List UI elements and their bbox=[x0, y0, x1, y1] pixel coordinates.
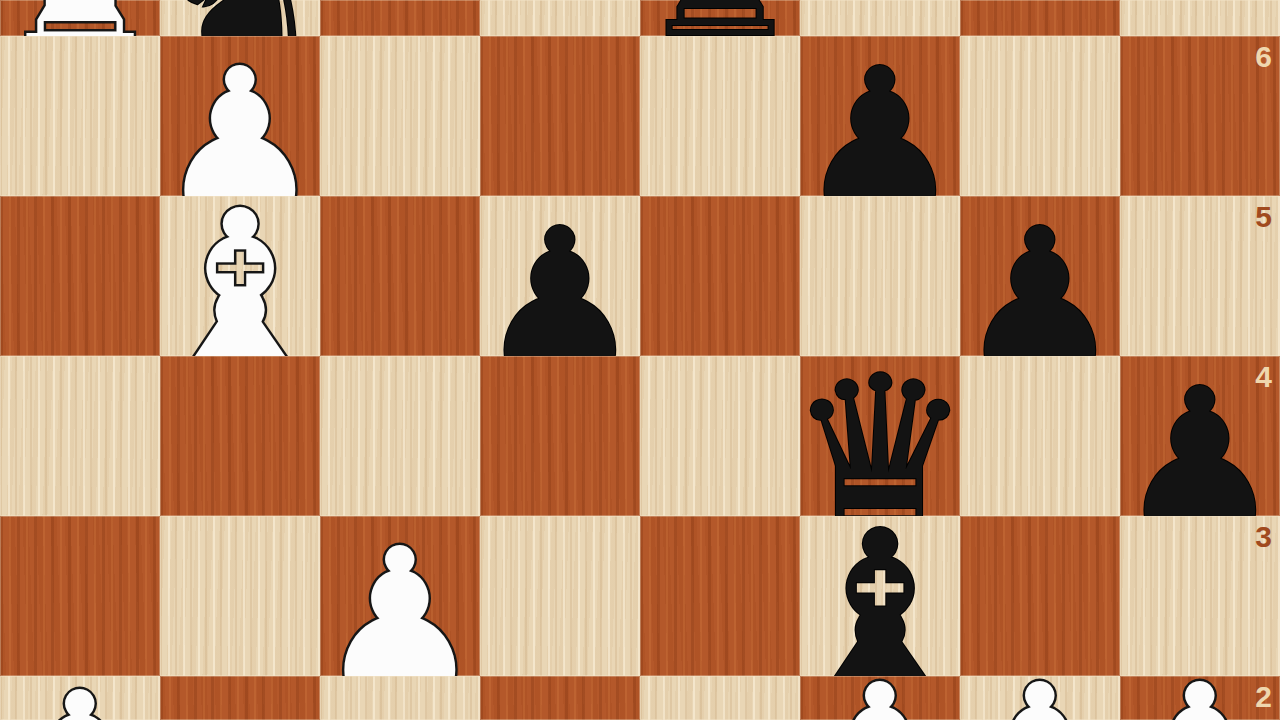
square-a2[interactable]: ♟ bbox=[0, 676, 160, 720]
board-row-rank-7: ♜♞♜ bbox=[0, 0, 1280, 36]
square-d2[interactable] bbox=[480, 676, 640, 720]
square-g7[interactable] bbox=[960, 0, 1120, 36]
square-e6[interactable] bbox=[640, 36, 800, 196]
square-b4[interactable] bbox=[160, 356, 320, 516]
square-d7[interactable] bbox=[480, 0, 640, 36]
square-c3[interactable]: ♟ bbox=[320, 516, 480, 676]
square-f7[interactable] bbox=[800, 0, 960, 36]
square-a4[interactable] bbox=[0, 356, 160, 516]
square-c2[interactable] bbox=[320, 676, 480, 720]
square-c6[interactable] bbox=[320, 36, 480, 196]
black-knight[interactable]: ♞ bbox=[153, 0, 328, 36]
black-bishop[interactable]: ♝ bbox=[784, 516, 977, 676]
square-a7[interactable]: ♜ bbox=[0, 0, 160, 36]
square-a3[interactable] bbox=[0, 516, 160, 676]
white-rook[interactable]: ♜ bbox=[0, 0, 165, 36]
square-h4[interactable]: ♟4 bbox=[1120, 356, 1280, 516]
square-b7[interactable]: ♞ bbox=[160, 0, 320, 36]
white-pawn[interactable]: ♟ bbox=[317, 524, 483, 676]
white-pawn[interactable]: ♟ bbox=[957, 676, 1123, 720]
rank-label-3: 3 bbox=[1255, 522, 1272, 552]
white-pawn[interactable]: ♟ bbox=[0, 676, 163, 720]
square-d3[interactable] bbox=[480, 516, 640, 676]
rank-label-5: 5 bbox=[1255, 202, 1272, 232]
square-f3[interactable]: ♝ bbox=[800, 516, 960, 676]
board-row-rank-3: ♟♝3 bbox=[0, 516, 1280, 676]
square-e2[interactable] bbox=[640, 676, 800, 720]
square-b3[interactable] bbox=[160, 516, 320, 676]
square-h5[interactable]: 5 bbox=[1120, 196, 1280, 356]
rank-label-2: 2 bbox=[1255, 682, 1272, 712]
square-f5[interactable] bbox=[800, 196, 960, 356]
square-b5[interactable]: ♝ bbox=[160, 196, 320, 356]
board-row-rank-5: ♝♟♟5 bbox=[0, 196, 1280, 356]
square-a5[interactable] bbox=[0, 196, 160, 356]
square-g4[interactable] bbox=[960, 356, 1120, 516]
square-f2[interactable]: ♟ bbox=[800, 676, 960, 720]
square-h2[interactable]: ♟2 bbox=[1120, 676, 1280, 720]
square-d4[interactable] bbox=[480, 356, 640, 516]
square-h7[interactable] bbox=[1120, 0, 1280, 36]
square-e3[interactable] bbox=[640, 516, 800, 676]
square-d6[interactable] bbox=[480, 36, 640, 196]
white-pawn[interactable]: ♟ bbox=[797, 676, 963, 720]
square-e5[interactable] bbox=[640, 196, 800, 356]
square-c5[interactable] bbox=[320, 196, 480, 356]
board-row-rank-6: ♟♟6 bbox=[0, 36, 1280, 196]
black-pawn[interactable]: ♟ bbox=[797, 44, 963, 196]
square-d5[interactable]: ♟ bbox=[480, 196, 640, 356]
black-pawn[interactable]: ♟ bbox=[477, 204, 643, 356]
white-bishop[interactable]: ♝ bbox=[144, 196, 337, 356]
square-h3[interactable]: 3 bbox=[1120, 516, 1280, 676]
square-g6[interactable] bbox=[960, 36, 1120, 196]
square-a6[interactable] bbox=[0, 36, 160, 196]
black-rook[interactable]: ♜ bbox=[635, 0, 805, 36]
square-c4[interactable] bbox=[320, 356, 480, 516]
rank-label-6: 6 bbox=[1255, 42, 1272, 72]
square-c7[interactable] bbox=[320, 0, 480, 36]
white-pawn[interactable]: ♟ bbox=[157, 44, 323, 196]
board-row-rank-4: ♛♟4 bbox=[0, 356, 1280, 516]
square-e7[interactable]: ♜ bbox=[640, 0, 800, 36]
square-g3[interactable] bbox=[960, 516, 1120, 676]
square-b6[interactable]: ♟ bbox=[160, 36, 320, 196]
chess-board[interactable]: ♜♞♜♟♟6♝♟♟5♛♟4♟♝3♟♟♟♟2 bbox=[0, 0, 1280, 720]
square-f6[interactable]: ♟ bbox=[800, 36, 960, 196]
black-pawn[interactable]: ♟ bbox=[957, 204, 1123, 356]
square-f4[interactable]: ♛ bbox=[800, 356, 960, 516]
black-queen[interactable]: ♛ bbox=[788, 356, 972, 516]
square-e4[interactable] bbox=[640, 356, 800, 516]
square-b2[interactable] bbox=[160, 676, 320, 720]
board-row-rank-2: ♟♟♟♟2 bbox=[0, 676, 1280, 720]
square-g2[interactable]: ♟ bbox=[960, 676, 1120, 720]
square-g5[interactable]: ♟ bbox=[960, 196, 1120, 356]
square-h6[interactable]: 6 bbox=[1120, 36, 1280, 196]
rank-label-4: 4 bbox=[1255, 362, 1272, 392]
